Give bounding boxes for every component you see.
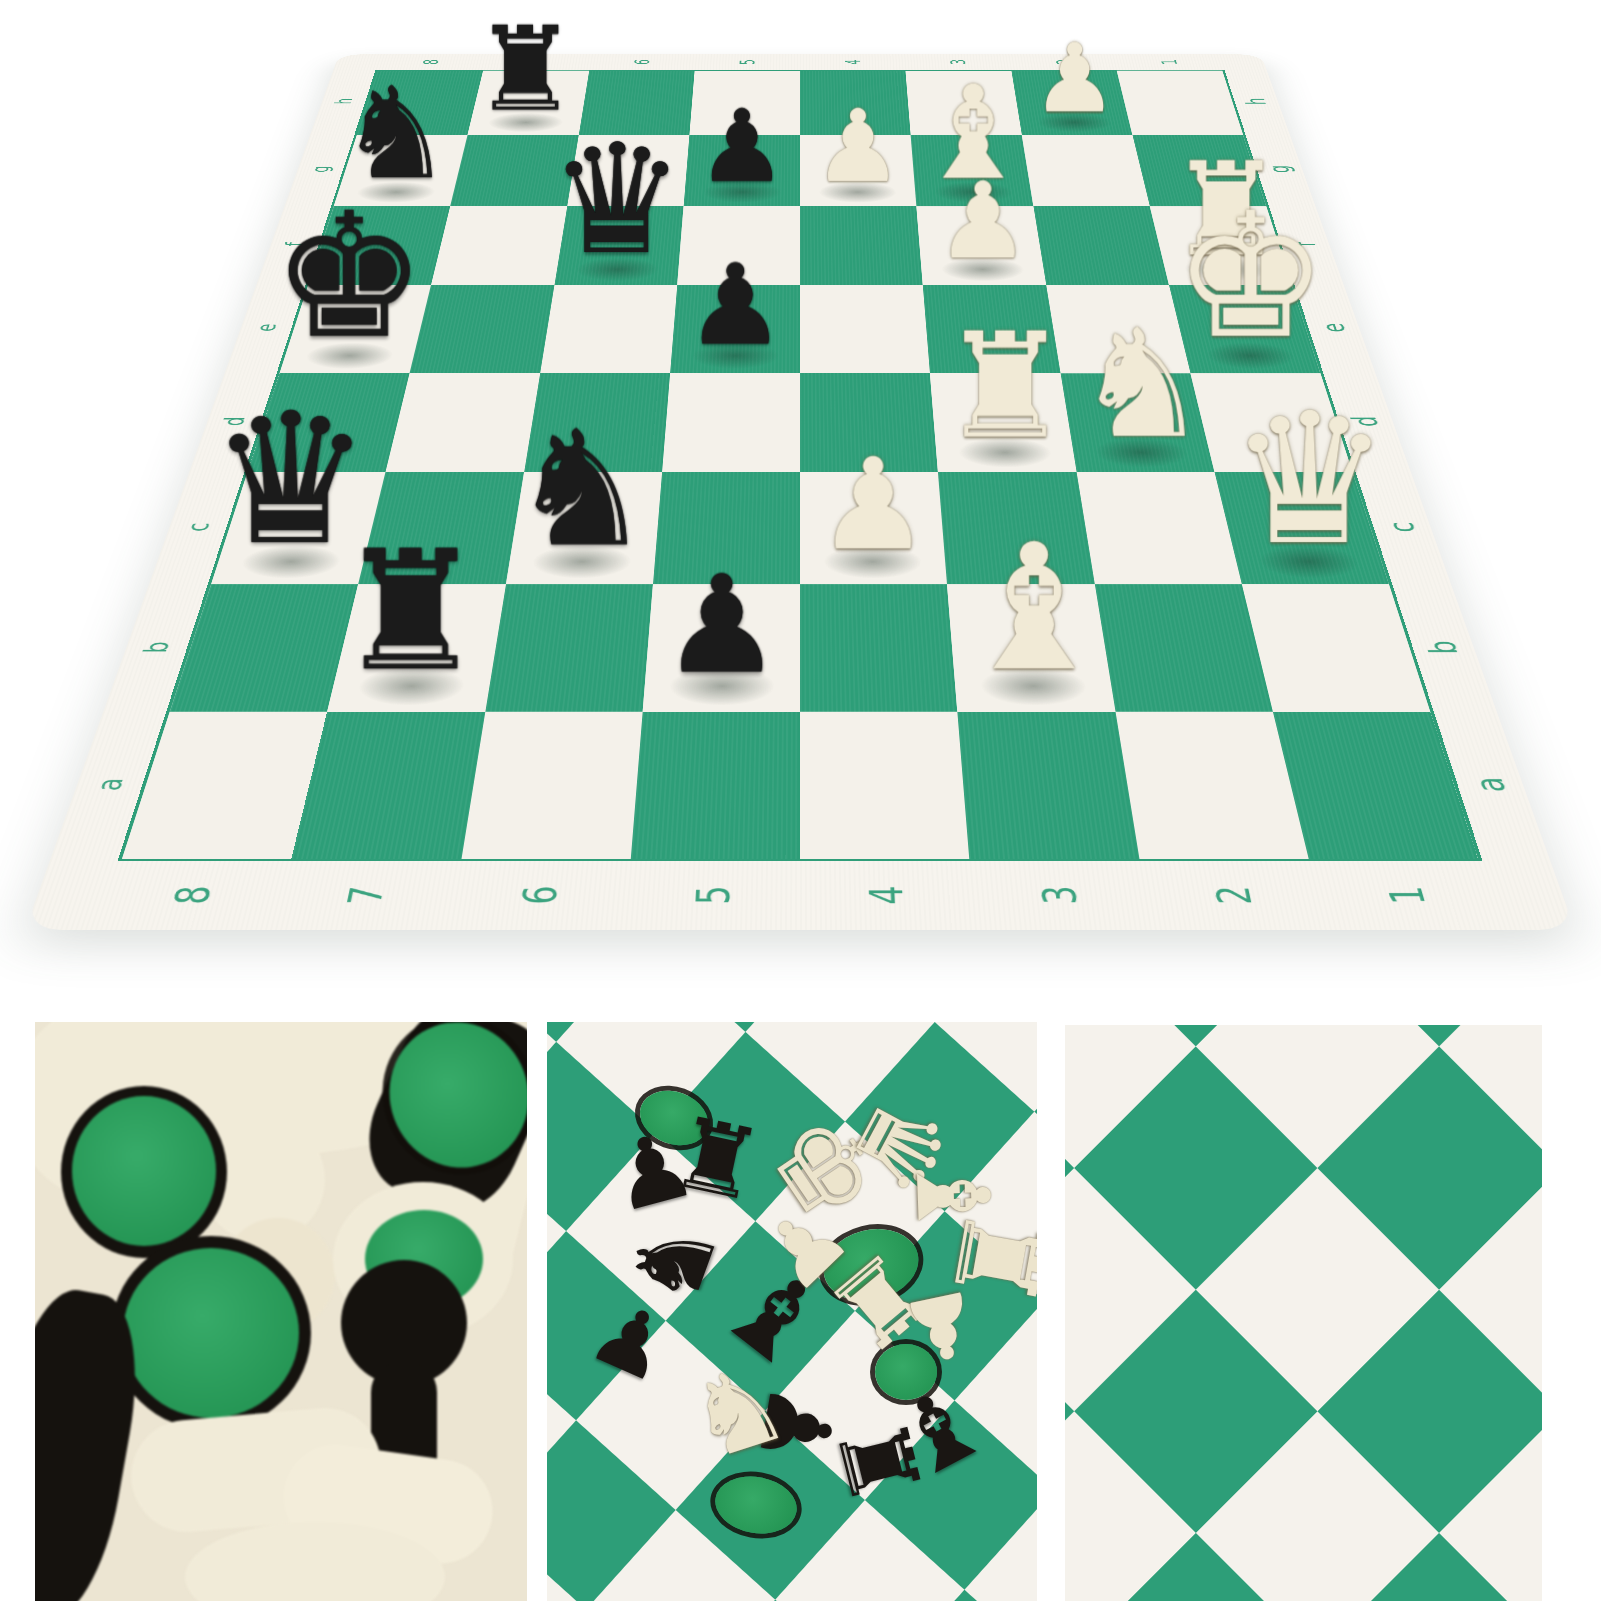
file-label-e-right: e	[1239, 316, 1430, 340]
rank-label-5-bottom: 5	[657, 840, 766, 954]
photo-pieces-pile: ♟♜♞♝♟♟♜♝♞♚♛♝♟♜♟♜	[547, 1022, 1037, 1601]
square-e7	[410, 285, 554, 373]
file-label-c-right: c	[1294, 512, 1511, 543]
square-f7	[431, 206, 567, 285]
photo-felt-bases-closeup	[35, 1022, 527, 1601]
white-pawn-f3: ♟	[935, 171, 1030, 271]
rank-labels-bottom: 87654321	[95, 861, 1505, 930]
black-queen-f6: ♛	[549, 128, 685, 272]
file-label-d-left: d	[132, 408, 335, 435]
file-label-a-right: a	[1366, 764, 1601, 805]
square-b5: ♟	[642, 584, 800, 712]
square-a4	[800, 712, 969, 859]
white-pawn-c4: ♟	[816, 445, 929, 565]
square-b6	[485, 584, 653, 712]
green-felt-base	[72, 1096, 216, 1246]
square-a3	[958, 712, 1139, 859]
green-felt-base	[123, 1248, 299, 1418]
square-g2	[1022, 135, 1150, 206]
felt-bases-closeup-art	[35, 1022, 527, 1601]
square-e4	[800, 285, 930, 373]
file-label-a-left: a	[0, 764, 234, 805]
rank-label-7-top: 7	[513, 41, 560, 83]
white-pawn-g4: ♟	[813, 99, 903, 194]
black-pawn-b5: ♟	[662, 562, 783, 690]
rank-label-6-bottom: 6	[479, 840, 597, 954]
black-pawn-e5: ♟	[685, 252, 785, 358]
rank-label-4-bottom: 4	[834, 840, 943, 954]
pile-piece-black: ♟	[579, 1286, 684, 1396]
file-label-f-left: f	[204, 233, 385, 255]
chessboard-mat: 87654321 87654321 hgfedcba hgfedcba ♜♟♞♟…	[25, 54, 1575, 930]
black-rook-b7: ♜	[336, 533, 484, 690]
square-g5: ♟	[683, 135, 800, 206]
square-d2: ♞	[1060, 373, 1214, 472]
diagonal-checker-pattern	[1065, 1025, 1542, 1601]
rank-label-5-top: 5	[727, 41, 767, 83]
photo-board-pattern-closeup	[1065, 1025, 1542, 1601]
square-d3: ♜	[930, 373, 1076, 472]
file-label-b-right: b	[1328, 630, 1561, 665]
file-label-g-right: g	[1194, 159, 1365, 179]
square-a6	[461, 712, 642, 859]
pile-piece-white: ♜	[935, 1199, 1037, 1317]
file-label-d-right: d	[1265, 408, 1468, 435]
black-knight-c6: ♞	[510, 414, 653, 566]
square-g4: ♟	[800, 135, 917, 206]
white-bishop-b3: ♝	[956, 525, 1112, 691]
rank-label-3-top: 3	[937, 41, 980, 83]
file-label-b-left: b	[39, 630, 272, 665]
square-f3: ♟	[917, 206, 1046, 285]
rank-label-4-top: 4	[833, 41, 873, 83]
pieces-pile: ♟♜♞♝♟♟♜♝♞♚♛♝♟♜♟♜	[577, 1062, 1007, 1562]
square-d5	[662, 373, 800, 472]
square-c4: ♟	[800, 472, 947, 584]
file-label-f-right: f	[1215, 233, 1396, 255]
white-rook-d3: ♜	[940, 318, 1070, 456]
square-a5	[631, 712, 800, 859]
square-f2	[1033, 206, 1169, 285]
file-label-e-left: e	[170, 316, 361, 340]
square-f6: ♛	[554, 206, 683, 285]
square-b7: ♜	[327, 584, 505, 712]
chessboard-grid: ♜♟♞♟♟♝♛♟♜♚♟♚♜♞♛♞♟♛♜♟♝	[117, 70, 1482, 862]
file-label-g-left: g	[234, 159, 405, 179]
rank-label-3-bottom: 3	[1003, 840, 1121, 954]
square-b4	[800, 584, 958, 712]
square-f4	[800, 206, 923, 285]
file-label-h-left: h	[262, 92, 425, 110]
product-photo: 87654321 87654321 hgfedcba hgfedcba ♜♟♞♟…	[0, 0, 1601, 1601]
square-e5: ♟	[670, 285, 800, 373]
file-label-c-left: c	[89, 512, 306, 543]
square-b3: ♝	[947, 584, 1115, 712]
square-e6	[540, 285, 677, 373]
file-label-h-right: h	[1175, 92, 1338, 110]
rank-label-6-top: 6	[620, 41, 663, 83]
black-pawn-g5: ♟	[697, 99, 787, 194]
white-knight-d2: ♞	[1075, 313, 1209, 455]
square-c6: ♞	[506, 472, 662, 584]
